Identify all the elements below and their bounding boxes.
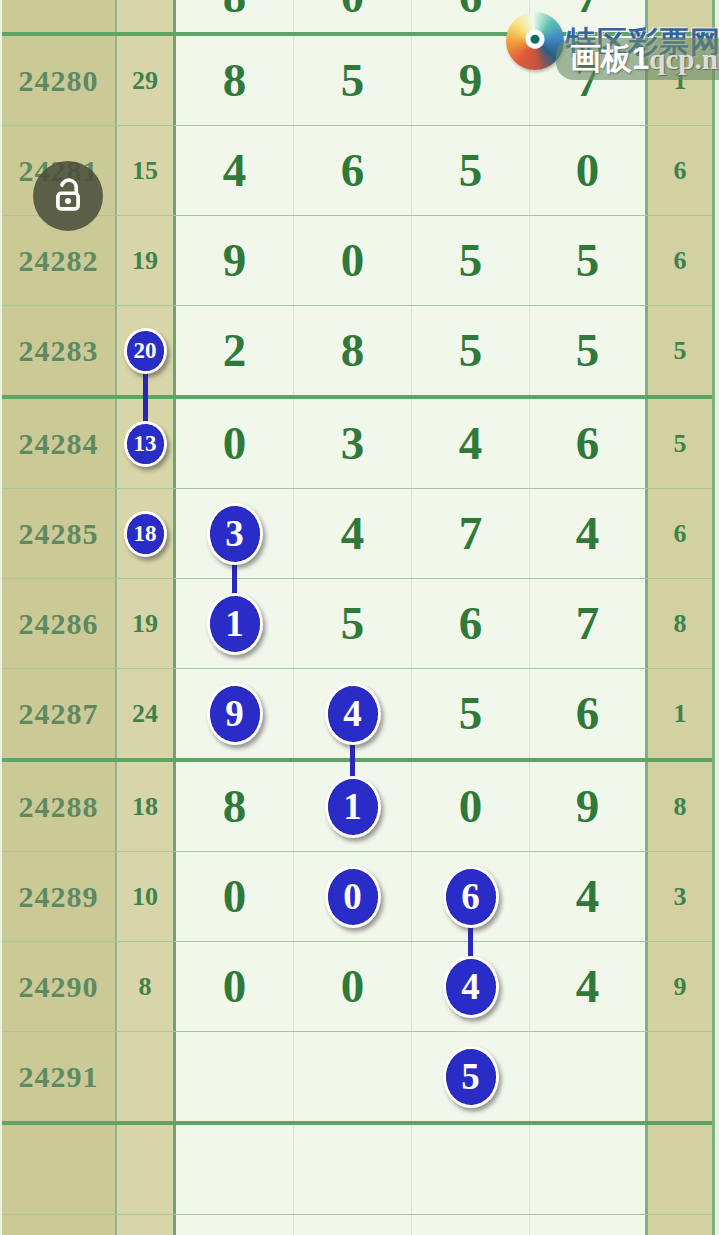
circled-digit-value: 4 [343,692,362,735]
sum-value: 19 [132,609,158,639]
sum-cell: 29 [117,36,176,125]
digit-cell: 5 [294,579,412,668]
sum-cell [117,1032,176,1121]
circled-sum-value: 13 [134,431,157,457]
table-row: 242841303465 [2,399,712,489]
period-label: 24285 [19,517,99,551]
circled-digit: 6 [443,866,499,928]
last-digit-cell: 9 [648,942,712,1031]
digit-cell: 4 [412,942,530,1031]
period-cell: 24289 [2,852,117,941]
period-label: 24283 [19,334,99,368]
digit-cell: 4 [176,126,294,215]
digit-value: 0 [341,0,365,20]
last-digit-cell [648,1215,712,1235]
digit-cell: 3 [294,399,412,488]
digit-cell: 5 [412,1032,530,1121]
circled-digit-value: 4 [461,965,480,1008]
last-digit-cell [648,1032,712,1121]
circled-digit: 4 [325,683,381,745]
digit-cell: 6 [530,399,648,488]
digit-cell: 4 [412,399,530,488]
sum-cell: 18 [117,489,176,578]
period-cell: 24286 [2,579,117,668]
period-cell: 24284 [2,399,117,488]
period-label: 24288 [19,790,99,824]
digit-cell: 4 [294,489,412,578]
sum-cell: 19 [117,216,176,305]
digit-cell: 8 [176,36,294,125]
circled-digit: 5 [443,1046,499,1108]
digit-cell [530,1125,648,1214]
last-digit-cell: 6 [648,126,712,215]
digit-value: 0 [223,963,247,1010]
period-label: 24290 [19,970,99,1004]
sum-value: 10 [132,882,158,912]
digit-value: 0 [341,237,365,284]
digit-cell [412,1215,530,1235]
digit-value: 5 [576,237,600,284]
digit-value: 8 [223,57,247,104]
digit-cell: 8 [294,306,412,395]
digit-cell: 6 [530,669,648,758]
digit-value: 4 [459,420,483,467]
last-digit-cell: 8 [648,762,712,851]
sum-cell: 19 [117,579,176,668]
circled-digit: 1 [325,776,381,838]
digit-value: 4 [576,510,600,557]
digit-cell [412,1125,530,1214]
table-row: 242811546506 [2,126,712,216]
digit-cell: 4 [530,489,648,578]
digit-value: 4 [576,963,600,1010]
last-digit-value: 9 [674,972,687,1002]
period-label: 24289 [19,880,99,914]
digit-cell: 1 [176,579,294,668]
digit-cell: 5 [530,216,648,305]
sum-cell: 20 [117,306,176,395]
digit-value: 5 [341,600,365,647]
circled-digit-value: 5 [461,1055,480,1098]
digit-value: 4 [223,147,247,194]
sum-cell: 15 [117,126,176,215]
digit-value: 4 [576,873,600,920]
digit-cell: 8 [176,762,294,851]
circled-digit: 1 [207,593,263,655]
digit-cell: 5 [412,669,530,758]
digit-value: 9 [576,783,600,830]
digit-value: 6 [341,147,365,194]
digit-cell: 8 [176,0,294,32]
last-digit-value: 6 [674,246,687,276]
digit-cell: 1 [294,762,412,851]
digit-value: 9 [459,57,483,104]
lottery-trend-page: 8067242802985971242811546506242821990556… [0,0,719,1235]
sum-cell: 8 [117,942,176,1031]
digit-cell: 9 [176,669,294,758]
circled-digit: 3 [207,503,263,565]
last-digit-value: 6 [674,519,687,549]
circled-digit: 0 [325,866,381,928]
digit-value: 0 [223,873,247,920]
digit-cell: 0 [176,399,294,488]
circled-digit-value: 6 [461,875,480,918]
last-digit-cell: 6 [648,216,712,305]
artboard-badge-label: 画板1 [570,38,649,80]
digit-value: 5 [459,237,483,284]
digit-cell: 2 [176,306,294,395]
digit-cell: 6 [412,579,530,668]
last-digit-cell: 8 [648,579,712,668]
sum-value: 8 [139,972,152,1002]
sum-value: 29 [132,66,158,96]
sum-cell: 24 [117,669,176,758]
last-digit-value: 3 [674,882,687,912]
digit-value: 2 [223,327,247,374]
sum-cell: 10 [117,852,176,941]
digit-value: 9 [223,237,247,284]
digit-cell: 0 [530,126,648,215]
last-digit-value: 8 [674,792,687,822]
period-cell: 24285 [2,489,117,578]
table-row: 242872494561 [2,669,712,762]
digit-cell [530,1032,648,1121]
period-cell: 24291 [2,1032,117,1121]
digit-value: 5 [576,327,600,374]
digit-value: 6 [459,600,483,647]
table-row: 242915 [2,1032,712,1125]
circled-digit-value: 9 [225,692,244,735]
last-digit-cell: 5 [648,399,712,488]
digit-value: 7 [459,510,483,557]
circled-digit-value: 0 [343,875,362,918]
circled-sum-value: 20 [134,338,157,364]
digit-cell: 9 [176,216,294,305]
table-row: 242821990556 [2,216,712,306]
last-digit-value: 6 [674,156,687,186]
circled-sum: 13 [124,421,167,467]
sum-cell [117,1125,176,1214]
period-cell: 24287 [2,669,117,758]
digit-cell: 5 [294,36,412,125]
circled-digit-value: 3 [225,512,244,555]
last-digit-cell: 3 [648,852,712,941]
last-digit-value: 5 [674,429,687,459]
digit-value: 0 [459,783,483,830]
circled-digit: 9 [207,683,263,745]
table-row: 242891000643 [2,852,712,942]
digit-cell: 6 [294,126,412,215]
digit-cell: 0 [294,852,412,941]
last-digit-cell: 5 [648,306,712,395]
last-digit-value: 1 [674,699,687,729]
digit-cell: 7 [530,579,648,668]
digit-value: 3 [341,420,365,467]
digit-value: 0 [341,963,365,1010]
digit-cell [294,1125,412,1214]
circled-digit-value: 1 [343,785,362,828]
digit-value: 6 [576,420,600,467]
digit-cell: 0 [176,942,294,1031]
digit-value: 8 [223,783,247,830]
period-cell [2,1215,117,1235]
sum-cell: 18 [117,762,176,851]
period-cell: 24280 [2,36,117,125]
sum-value: 18 [132,792,158,822]
digit-value: 8 [341,327,365,374]
digit-value: 5 [459,327,483,374]
digit-cell [176,1032,294,1121]
digit-cell [176,1125,294,1214]
table-row: 24290800449 [2,942,712,1032]
open-lock-icon [46,174,90,218]
digit-cell: 4 [294,669,412,758]
digit-cell [294,1032,412,1121]
digit-value: 4 [341,510,365,557]
period-cell [2,0,117,32]
period-label: 24287 [19,697,99,731]
digit-value: 6 [576,690,600,737]
circled-sum-value: 18 [134,521,157,547]
last-digit-cell [648,1125,712,1214]
sum-value: 24 [132,699,158,729]
period-label: 24282 [19,244,99,278]
table-row [2,1215,712,1235]
digit-cell [530,1215,648,1235]
period-cell: 24283 [2,306,117,395]
digit-cell: 5 [412,306,530,395]
circled-sum: 18 [124,511,167,557]
unlock-button[interactable] [33,161,103,231]
digit-cell: 5 [530,306,648,395]
digit-cell: 4 [530,852,648,941]
watermark-domain: qcp.net [649,43,719,76]
last-digit-value: 8 [674,609,687,639]
digit-cell: 5 [412,216,530,305]
digit-cell: 0 [176,852,294,941]
digit-value: 0 [576,147,600,194]
digit-cell [176,1215,294,1235]
digit-value: 5 [341,57,365,104]
sum-cell [117,0,176,32]
last-digit-cell: 1 [648,669,712,758]
sum-value: 19 [132,246,158,276]
digit-cell: 0 [294,942,412,1031]
digit-value: 5 [459,147,483,194]
digit-cell: 7 [412,489,530,578]
table-row: 242832028555 [2,306,712,399]
digit-value: 0 [223,420,247,467]
digit-value: 5 [459,690,483,737]
digit-value: 8 [223,0,247,20]
table-row: 242861915678 [2,579,712,669]
digit-cell: 0 [294,216,412,305]
sum-value: 15 [132,156,158,186]
period-cell: 24288 [2,762,117,851]
trend-table: 8067242802985971242811546506242821990556… [2,0,715,1235]
sum-cell [117,1215,176,1235]
digit-value: 6 [459,0,483,20]
artboard-badge: 画板1qcp.net [556,38,719,80]
digit-cell [294,1215,412,1235]
table-row [2,1125,712,1215]
period-label: 24286 [19,607,99,641]
site-logo: 特区彩票网 画板1qcp.net [500,8,719,92]
period-label: 24280 [19,64,99,98]
last-digit-cell: 6 [648,489,712,578]
period-label: 24291 [19,1060,99,1094]
period-cell: 24290 [2,942,117,1031]
digit-cell: 0 [294,0,412,32]
circled-digit-value: 1 [225,602,244,645]
digit-value: 7 [576,600,600,647]
circled-sum: 20 [124,328,167,374]
digit-cell: 4 [530,942,648,1031]
digit-cell: 3 [176,489,294,578]
circled-digit: 4 [443,956,499,1018]
digit-cell: 5 [412,126,530,215]
period-label: 24284 [19,427,99,461]
table-row: 242881881098 [2,762,712,852]
digit-cell: 0 [412,762,530,851]
period-cell [2,1125,117,1214]
last-digit-value: 5 [674,336,687,366]
digit-cell: 6 [412,852,530,941]
digit-cell: 9 [530,762,648,851]
table-row: 242851834746 [2,489,712,579]
